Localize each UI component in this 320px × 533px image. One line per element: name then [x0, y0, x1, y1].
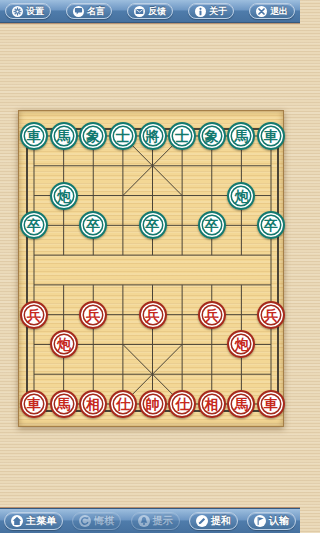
- main-menu-button-label: 主菜单: [26, 514, 56, 528]
- pencil-icon: [196, 515, 208, 527]
- piece-兵-red[interactable]: 兵: [257, 301, 285, 329]
- piece-帥-red[interactable]: 帥: [139, 390, 167, 418]
- offer-draw-button[interactable]: 提和: [189, 512, 238, 530]
- piece-炮-black[interactable]: 炮: [227, 182, 255, 210]
- piece-兵-red[interactable]: 兵: [139, 301, 167, 329]
- about-button[interactable]: 关于: [188, 3, 234, 19]
- info-icon: [195, 6, 206, 17]
- piece-兵-red[interactable]: 兵: [198, 301, 226, 329]
- piece-炮-red[interactable]: 炮: [50, 330, 78, 358]
- exit-button-label: 退出: [270, 5, 288, 18]
- resign-button-label: 认输: [269, 514, 289, 528]
- piece-卒-black[interactable]: 卒: [198, 211, 226, 239]
- piece-士-black[interactable]: 士: [168, 122, 196, 150]
- resign-button[interactable]: 认输: [247, 512, 296, 530]
- piece-馬-black[interactable]: 馬: [227, 122, 255, 150]
- piece-馬-red[interactable]: 馬: [50, 390, 78, 418]
- bottom-toolbar: 主菜单 悔棋 提示 提和 认输: [0, 508, 300, 533]
- envelope-icon: [134, 6, 145, 17]
- feedback-button-label: 反馈: [148, 5, 166, 18]
- piece-車-black[interactable]: 車: [257, 122, 285, 150]
- piece-將-black[interactable]: 將: [139, 122, 167, 150]
- piece-馬-black[interactable]: 馬: [50, 122, 78, 150]
- piece-仕-red[interactable]: 仕: [168, 390, 196, 418]
- piece-相-red[interactable]: 相: [79, 390, 107, 418]
- piece-卒-black[interactable]: 卒: [257, 211, 285, 239]
- piece-卒-black[interactable]: 卒: [20, 211, 48, 239]
- close-icon: [256, 6, 267, 17]
- settings-button-label: 设置: [26, 5, 44, 18]
- top-toolbar: 设置 名言 反馈 关于 退出: [0, 0, 300, 23]
- piece-馬-red[interactable]: 馬: [227, 390, 255, 418]
- piece-卒-black[interactable]: 卒: [139, 211, 167, 239]
- piece-炮-black[interactable]: 炮: [50, 182, 78, 210]
- piece-卒-black[interactable]: 卒: [79, 211, 107, 239]
- hint-button-label: 提示: [153, 514, 173, 528]
- undo-icon: [79, 515, 91, 527]
- quotes-button[interactable]: 名言: [66, 3, 112, 19]
- bell-icon: [138, 515, 150, 527]
- piece-炮-red[interactable]: 炮: [227, 330, 255, 358]
- piece-象-black[interactable]: 象: [198, 122, 226, 150]
- piece-士-black[interactable]: 士: [109, 122, 137, 150]
- main-menu-button[interactable]: 主菜单: [4, 512, 63, 530]
- home-icon: [11, 515, 23, 527]
- piece-象-black[interactable]: 象: [79, 122, 107, 150]
- feedback-button[interactable]: 反馈: [127, 3, 173, 19]
- undo-move-button[interactable]: 悔棋: [72, 512, 121, 530]
- xiangqi-board[interactable]: 車馬象士將士象馬車炮炮卒卒卒卒卒兵兵兵兵兵炮炮車馬相仕帥仕相馬車: [18, 110, 284, 427]
- exit-button[interactable]: 退出: [249, 3, 295, 19]
- flag-icon: [254, 515, 266, 527]
- piece-車-red[interactable]: 車: [257, 390, 285, 418]
- quotes-button-label: 名言: [87, 5, 105, 18]
- settings-button[interactable]: 设置: [5, 3, 51, 19]
- about-button-label: 关于: [209, 5, 227, 18]
- pieces-layer: 車馬象士將士象馬車炮炮卒卒卒卒卒兵兵兵兵兵炮炮車馬相仕帥仕相馬車: [19, 111, 283, 426]
- piece-相-red[interactable]: 相: [198, 390, 226, 418]
- piece-車-red[interactable]: 車: [20, 390, 48, 418]
- piece-兵-red[interactable]: 兵: [79, 301, 107, 329]
- hint-button[interactable]: 提示: [131, 512, 180, 530]
- gear-icon: [12, 6, 23, 17]
- offer-draw-button-label: 提和: [211, 514, 231, 528]
- speech-bubble-icon: [73, 6, 84, 17]
- piece-仕-red[interactable]: 仕: [109, 390, 137, 418]
- undo-move-button-label: 悔棋: [94, 514, 114, 528]
- piece-兵-red[interactable]: 兵: [20, 301, 48, 329]
- piece-車-black[interactable]: 車: [20, 122, 48, 150]
